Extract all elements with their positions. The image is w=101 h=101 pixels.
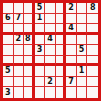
given-digit: 3 [5, 89, 11, 97]
cell-r8c7[interactable]: 7 [66, 77, 77, 88]
cell-r3c4[interactable] [35, 24, 46, 35]
cell-r1c1[interactable] [3, 3, 14, 14]
cell-r6c6[interactable] [56, 56, 67, 67]
cell-r2c5[interactable] [45, 14, 56, 25]
cell-r2c3[interactable] [24, 14, 35, 25]
cell-r3c5[interactable] [45, 24, 56, 35]
cell-r1c4[interactable]: 5 [35, 3, 46, 14]
cell-r5c1[interactable] [3, 45, 14, 56]
cell-r5c2[interactable] [14, 45, 25, 56]
cell-r3c9[interactable] [87, 24, 98, 35]
cell-r2c6[interactable] [56, 14, 67, 25]
sudoku-board: 52867142843551273 [0, 0, 101, 101]
cell-r6c7[interactable] [66, 56, 77, 67]
cell-r6c9[interactable] [87, 56, 98, 67]
cell-r2c9[interactable] [87, 14, 98, 25]
cell-r8c8[interactable] [77, 77, 88, 88]
cell-r4c1[interactable] [3, 35, 14, 46]
cell-r6c3[interactable] [24, 56, 35, 67]
given-digit: 2 [16, 35, 22, 43]
given-digit: 2 [68, 4, 74, 12]
cell-r7c8[interactable]: 1 [77, 66, 88, 77]
cell-r2c4[interactable]: 1 [35, 14, 46, 25]
cell-r9c8[interactable] [77, 87, 88, 98]
cell-r5c6[interactable] [56, 45, 67, 56]
cell-r1c5[interactable] [45, 3, 56, 14]
cell-r6c2[interactable] [14, 56, 25, 67]
cell-r4c6[interactable] [56, 35, 67, 46]
cell-r4c8[interactable] [77, 35, 88, 46]
cell-r3c7[interactable]: 4 [66, 24, 77, 35]
given-digit: 2 [47, 78, 53, 86]
cell-r2c7[interactable] [66, 14, 77, 25]
cell-r5c4[interactable]: 3 [35, 45, 46, 56]
given-digit: 5 [79, 46, 85, 54]
given-digit: 7 [16, 14, 22, 22]
given-digit: 1 [37, 14, 43, 22]
given-digit: 4 [68, 24, 74, 32]
cell-r6c4[interactable] [35, 56, 46, 67]
cell-r2c8[interactable] [77, 14, 88, 25]
cell-r9c4[interactable] [35, 87, 46, 98]
cell-r9c1[interactable]: 3 [3, 87, 14, 98]
cell-r7c5[interactable] [45, 66, 56, 77]
cell-r4c7[interactable] [66, 35, 77, 46]
cell-r4c2[interactable]: 2 [14, 35, 25, 46]
cell-r8c1[interactable] [3, 77, 14, 88]
cell-r1c7[interactable]: 2 [66, 3, 77, 14]
cell-r4c4[interactable] [35, 35, 46, 46]
given-digit: 4 [47, 35, 53, 43]
given-digit: 5 [37, 4, 43, 12]
cell-r3c8[interactable] [77, 24, 88, 35]
cell-r7c7[interactable] [66, 66, 77, 77]
cell-r1c9[interactable]: 8 [87, 3, 98, 14]
cell-r4c3[interactable]: 8 [24, 35, 35, 46]
cell-r9c3[interactable] [24, 87, 35, 98]
given-digit: 7 [68, 78, 74, 86]
given-digit: 3 [37, 46, 43, 54]
cell-r1c2[interactable] [14, 3, 25, 14]
given-digit: 6 [5, 14, 11, 22]
cell-r6c5[interactable] [45, 56, 56, 67]
cell-r8c6[interactable] [56, 77, 67, 88]
given-digit: 8 [25, 35, 31, 43]
cell-r4c9[interactable] [87, 35, 98, 46]
cell-r1c8[interactable] [77, 3, 88, 14]
cell-r9c6[interactable] [56, 87, 67, 98]
cell-r2c2[interactable]: 7 [14, 14, 25, 25]
cell-r5c7[interactable] [66, 45, 77, 56]
cell-r8c4[interactable] [35, 77, 46, 88]
cell-r9c5[interactable] [45, 87, 56, 98]
cell-r7c3[interactable] [24, 66, 35, 77]
cell-r3c6[interactable] [56, 24, 67, 35]
cell-r1c3[interactable] [24, 3, 35, 14]
cell-r5c8[interactable]: 5 [77, 45, 88, 56]
cell-r2c1[interactable]: 6 [3, 14, 14, 25]
cell-r5c9[interactable] [87, 45, 98, 56]
cell-r3c2[interactable] [14, 24, 25, 35]
cell-r8c2[interactable] [14, 77, 25, 88]
cell-r9c9[interactable] [87, 87, 98, 98]
cell-r4c5[interactable]: 4 [45, 35, 56, 46]
cell-r5c3[interactable] [24, 45, 35, 56]
cell-r1c6[interactable] [56, 3, 67, 14]
cell-r7c9[interactable] [87, 66, 98, 77]
cell-r3c1[interactable] [3, 24, 14, 35]
given-digit: 5 [5, 67, 11, 75]
cell-r7c1[interactable]: 5 [3, 66, 14, 77]
cell-r8c9[interactable] [87, 77, 98, 88]
cell-r6c1[interactable] [3, 56, 14, 67]
cell-r3c3[interactable] [24, 24, 35, 35]
cell-r5c5[interactable] [45, 45, 56, 56]
cell-r6c8[interactable] [77, 56, 88, 67]
cell-r7c2[interactable] [14, 66, 25, 77]
given-digit: 1 [79, 67, 85, 75]
given-digit: 8 [90, 4, 96, 12]
cell-r8c3[interactable] [24, 77, 35, 88]
cell-r9c2[interactable] [14, 87, 25, 98]
cell-r7c6[interactable] [56, 66, 67, 77]
cell-r7c4[interactable] [35, 66, 46, 77]
cell-r9c7[interactable] [66, 87, 77, 98]
cell-r8c5[interactable]: 2 [45, 77, 56, 88]
